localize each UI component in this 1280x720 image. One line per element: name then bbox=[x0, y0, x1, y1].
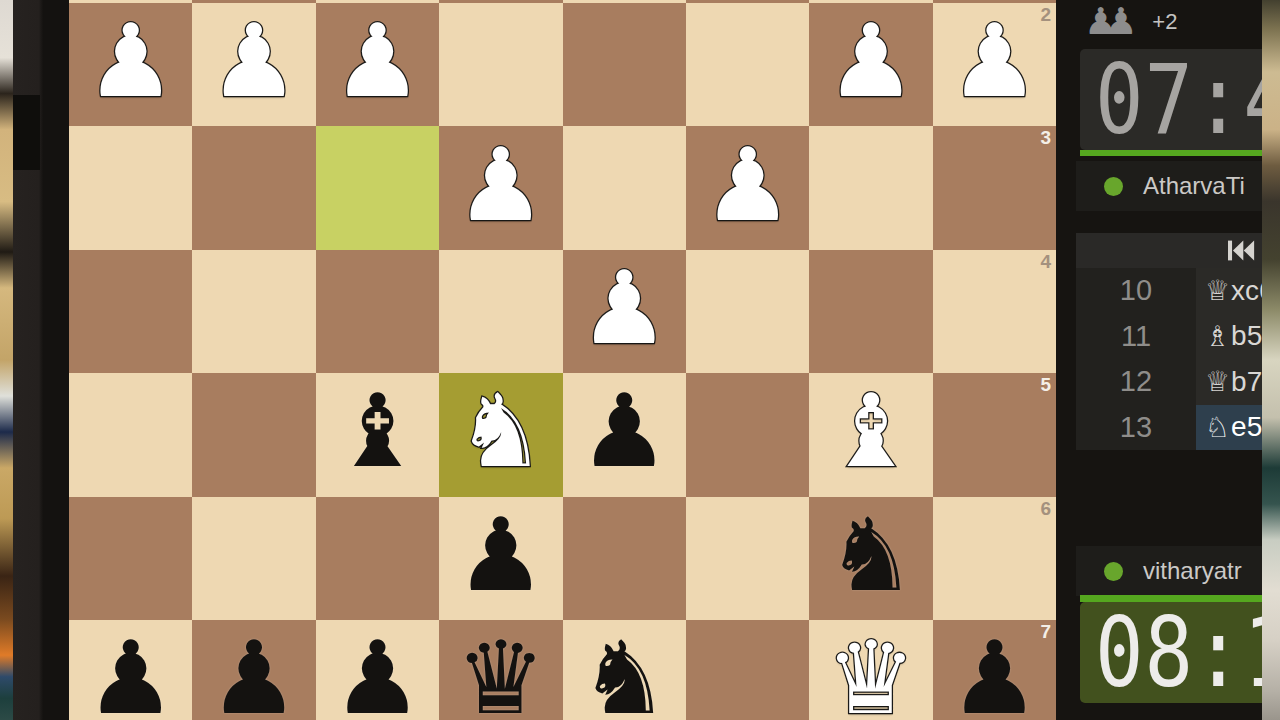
rank-label-2: 2 bbox=[1041, 5, 1052, 24]
square-h5[interactable] bbox=[69, 373, 192, 496]
white-queen-piece[interactable]: ♛ bbox=[826, 628, 917, 720]
rank-label-4: 4 bbox=[1041, 252, 1052, 271]
move-number: 11 bbox=[1076, 314, 1196, 360]
square-f4[interactable] bbox=[316, 250, 439, 373]
square-a7[interactable]: ♟7 bbox=[933, 620, 1056, 720]
opponent-player-row[interactable]: AtharvaTi bbox=[1076, 161, 1262, 211]
move-list: 10♕xc611♗b512♕b713♘e5 bbox=[1076, 268, 1262, 450]
square-e3[interactable]: ♟ bbox=[439, 126, 562, 249]
bottom-player-name[interactable]: vitharyatr bbox=[1143, 557, 1242, 585]
figurine-icon: ♕ bbox=[1205, 274, 1230, 307]
square-f2[interactable]: ♟ bbox=[316, 3, 439, 126]
black-bishop-piece[interactable]: ♝ bbox=[332, 381, 423, 482]
black-knight-piece[interactable]: ♞ bbox=[826, 505, 917, 606]
square-d5[interactable]: ♟ bbox=[563, 373, 686, 496]
player-clock-time: 08:1 bbox=[1080, 602, 1262, 703]
bottom-player-row[interactable]: vitharyatr bbox=[1076, 546, 1262, 596]
square-c5[interactable] bbox=[686, 373, 809, 496]
square-b3[interactable] bbox=[809, 126, 932, 249]
square-g3[interactable] bbox=[192, 126, 315, 249]
move-white-san[interactable]: ♕b7 bbox=[1196, 359, 1262, 405]
captured-pieces-icons: ♟♟ bbox=[1084, 0, 1137, 44]
square-g4[interactable] bbox=[192, 250, 315, 373]
square-d3[interactable] bbox=[563, 126, 686, 249]
square-d7[interactable]: ♞ bbox=[563, 620, 686, 720]
black-pawn-piece[interactable]: ♟ bbox=[579, 381, 670, 482]
move-number: 13 bbox=[1076, 405, 1196, 451]
rank-label-7: 7 bbox=[1041, 622, 1052, 641]
black-pawn-piece[interactable]: ♟ bbox=[456, 505, 547, 606]
move-white-san[interactable]: ♗b5 bbox=[1196, 314, 1262, 360]
square-c6[interactable] bbox=[686, 497, 809, 620]
white-pawn-piece[interactable]: ♟ bbox=[579, 258, 670, 359]
chess-board[interactable]: ♟♟♟♟♟2♟♟3♟4♝♞♟♝5♟♞6♟♟♟♛♞♛♟7 bbox=[69, 0, 1056, 720]
figurine-icon: ♕ bbox=[1205, 365, 1230, 398]
square-e2[interactable] bbox=[439, 3, 562, 126]
white-knight-piece[interactable]: ♞ bbox=[456, 381, 547, 482]
game-sidebar: ♟♟ +2 07:4 AtharvaTi 10♕xc611♗b512♕b713♘… bbox=[1056, 0, 1262, 720]
move-row-12: 12♕b7 bbox=[1076, 359, 1262, 405]
background-photo-left-sliver bbox=[0, 0, 13, 720]
square-e5[interactable]: ♞ bbox=[439, 373, 562, 496]
video-frame: ♟♟♟♟♟2♟♟3♟4♝♞♟♝5♟♞6♟♟♟♛♞♛♟7 ♟♟ +2 07:4 A… bbox=[0, 0, 1280, 720]
square-e6[interactable]: ♟ bbox=[439, 497, 562, 620]
move-controls-bar bbox=[1076, 233, 1262, 268]
square-f6[interactable] bbox=[316, 497, 439, 620]
square-h2[interactable]: ♟ bbox=[69, 3, 192, 126]
white-pawn-piece[interactable]: ♟ bbox=[209, 11, 300, 112]
player-clock: 08:1 bbox=[1080, 602, 1262, 703]
move-white-san[interactable]: ♘e5 bbox=[1196, 405, 1262, 451]
square-c7[interactable] bbox=[686, 620, 809, 720]
square-g6[interactable] bbox=[192, 497, 315, 620]
square-b4[interactable] bbox=[809, 250, 932, 373]
left-dark-strip bbox=[13, 0, 69, 720]
square-d2[interactable] bbox=[563, 3, 686, 126]
opponent-clock: 07:4 bbox=[1080, 49, 1262, 150]
opponent-clock-time: 07:4 bbox=[1080, 49, 1262, 150]
square-h3[interactable] bbox=[69, 126, 192, 249]
square-a6[interactable]: 6 bbox=[933, 497, 1056, 620]
left-strip-shadow-patch bbox=[13, 95, 40, 170]
rank-label-6: 6 bbox=[1041, 499, 1052, 518]
square-b7[interactable]: ♛ bbox=[809, 620, 932, 720]
move-row-10: 10♕xc6 bbox=[1076, 268, 1262, 314]
white-pawn-piece[interactable]: ♟ bbox=[456, 135, 547, 236]
square-f7[interactable]: ♟ bbox=[316, 620, 439, 720]
square-d6[interactable] bbox=[563, 497, 686, 620]
online-indicator-icon bbox=[1104, 562, 1123, 581]
black-knight-piece[interactable]: ♞ bbox=[579, 628, 670, 720]
white-pawn-piece[interactable]: ♟ bbox=[949, 11, 1040, 112]
figurine-icon: ♘ bbox=[1205, 411, 1230, 444]
figurine-icon: ♗ bbox=[1205, 320, 1230, 353]
square-e7[interactable]: ♛ bbox=[439, 620, 562, 720]
square-g7[interactable]: ♟ bbox=[192, 620, 315, 720]
background-photo-right-sliver bbox=[1262, 0, 1280, 720]
square-h4[interactable] bbox=[69, 250, 192, 373]
square-c2[interactable] bbox=[686, 3, 809, 126]
black-pawn-piece[interactable]: ♟ bbox=[85, 628, 176, 720]
square-c4[interactable] bbox=[686, 250, 809, 373]
black-pawn-piece[interactable]: ♟ bbox=[949, 628, 1040, 720]
skip-to-start-icon[interactable] bbox=[1228, 240, 1255, 261]
square-b2[interactable]: ♟ bbox=[809, 3, 932, 126]
square-h6[interactable] bbox=[69, 497, 192, 620]
white-pawn-piece[interactable]: ♟ bbox=[826, 11, 917, 112]
square-b6[interactable]: ♞ bbox=[809, 497, 932, 620]
move-number: 10 bbox=[1076, 268, 1196, 314]
square-f5[interactable]: ♝ bbox=[316, 373, 439, 496]
move-white-san[interactable]: ♕xc6 bbox=[1196, 268, 1262, 314]
black-queen-piece[interactable]: ♛ bbox=[456, 628, 547, 720]
square-a3[interactable]: 3 bbox=[933, 126, 1056, 249]
white-bishop-piece[interactable]: ♝ bbox=[826, 381, 917, 482]
black-pawn-piece[interactable]: ♟ bbox=[209, 628, 300, 720]
online-indicator-icon bbox=[1104, 177, 1123, 196]
player-clock-bar bbox=[1080, 595, 1262, 602]
square-f3[interactable] bbox=[316, 126, 439, 249]
square-c3[interactable]: ♟ bbox=[686, 126, 809, 249]
move-row-13: 13♘e5 bbox=[1076, 405, 1262, 451]
white-pawn-piece[interactable]: ♟ bbox=[702, 135, 793, 236]
square-b5[interactable]: ♝ bbox=[809, 373, 932, 496]
move-number: 12 bbox=[1076, 359, 1196, 405]
square-e4[interactable] bbox=[439, 250, 562, 373]
opponent-player-name[interactable]: AtharvaTi bbox=[1143, 172, 1245, 200]
white-pawn-piece[interactable]: ♟ bbox=[85, 11, 176, 112]
captured-pieces-row: ♟♟ +2 bbox=[1084, 0, 1177, 44]
captured-pawn-icon: ♟ bbox=[1104, 0, 1137, 43]
square-a5[interactable]: 5 bbox=[933, 373, 1056, 496]
square-a4[interactable]: 4 bbox=[933, 250, 1056, 373]
square-a2[interactable]: ♟2 bbox=[933, 3, 1056, 126]
material-advantage: +2 bbox=[1152, 9, 1177, 35]
square-h7[interactable]: ♟ bbox=[69, 620, 192, 720]
white-pawn-piece[interactable]: ♟ bbox=[332, 11, 423, 112]
square-g5[interactable] bbox=[192, 373, 315, 496]
black-pawn-piece[interactable]: ♟ bbox=[332, 628, 423, 720]
opponent-clock-bar bbox=[1080, 150, 1262, 156]
move-row-11: 11♗b5 bbox=[1076, 314, 1262, 360]
square-g2[interactable]: ♟ bbox=[192, 3, 315, 126]
rank-label-5: 5 bbox=[1041, 375, 1052, 394]
square-d4[interactable]: ♟ bbox=[563, 250, 686, 373]
rank-label-3: 3 bbox=[1041, 128, 1052, 147]
